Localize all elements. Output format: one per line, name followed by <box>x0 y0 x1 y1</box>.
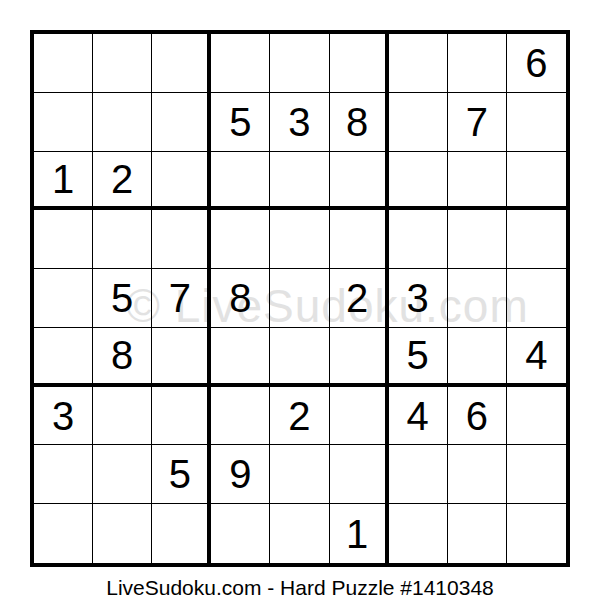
cell-r7c8[interactable]: 6 <box>448 387 507 446</box>
cell-r3c6[interactable] <box>330 152 389 211</box>
cell-r6c5[interactable] <box>270 328 329 387</box>
cell-r3c5[interactable] <box>270 152 329 211</box>
cell-r9c9[interactable] <box>507 504 566 563</box>
cell-r2c3[interactable] <box>152 93 211 152</box>
cell-r7c2[interactable] <box>93 387 152 446</box>
cell-r4c3[interactable] <box>152 210 211 269</box>
cell-r1c1[interactable] <box>34 34 93 93</box>
cell-r2c2[interactable] <box>93 93 152 152</box>
cell-r4c1[interactable] <box>34 210 93 269</box>
cell-r9c2[interactable] <box>93 504 152 563</box>
cell-r7c4[interactable] <box>211 387 270 446</box>
cell-r5c5[interactable] <box>270 269 329 328</box>
cell-r5c4[interactable]: 8 <box>211 269 270 328</box>
cell-r2c6[interactable]: 8 <box>330 93 389 152</box>
cell-r4c9[interactable] <box>507 210 566 269</box>
cell-r4c4[interactable] <box>211 210 270 269</box>
cell-r5c3[interactable]: 7 <box>152 269 211 328</box>
cell-r6c6[interactable] <box>330 328 389 387</box>
cell-r6c9[interactable]: 4 <box>507 328 566 387</box>
cell-r9c3[interactable] <box>152 504 211 563</box>
sudoku-grid: 6538712578238543246591 <box>34 34 566 563</box>
cell-r1c6[interactable] <box>330 34 389 93</box>
cell-r8c4[interactable]: 9 <box>211 445 270 504</box>
cell-r8c8[interactable] <box>448 445 507 504</box>
cell-r7c1[interactable]: 3 <box>34 387 93 446</box>
cell-r3c1[interactable]: 1 <box>34 152 93 211</box>
cell-r1c8[interactable] <box>448 34 507 93</box>
cell-r4c2[interactable] <box>93 210 152 269</box>
cell-r1c9[interactable]: 6 <box>507 34 566 93</box>
cell-r1c7[interactable] <box>389 34 448 93</box>
cell-r9c1[interactable] <box>34 504 93 563</box>
cell-r8c7[interactable] <box>389 445 448 504</box>
cell-r2c4[interactable]: 5 <box>211 93 270 152</box>
sudoku-board: © LiveSudoku.com 6538712578238543246591 <box>30 30 570 567</box>
cell-r2c1[interactable] <box>34 93 93 152</box>
cell-r4c6[interactable] <box>330 210 389 269</box>
cell-r3c4[interactable] <box>211 152 270 211</box>
cell-r5c1[interactable] <box>34 269 93 328</box>
cell-r9c8[interactable] <box>448 504 507 563</box>
cell-r8c5[interactable] <box>270 445 329 504</box>
cell-r4c5[interactable] <box>270 210 329 269</box>
cell-r5c8[interactable] <box>448 269 507 328</box>
cell-r2c7[interactable] <box>389 93 448 152</box>
cell-r7c5[interactable]: 2 <box>270 387 329 446</box>
cell-r5c7[interactable]: 3 <box>389 269 448 328</box>
cell-r3c9[interactable] <box>507 152 566 211</box>
cell-r2c8[interactable]: 7 <box>448 93 507 152</box>
cell-r1c4[interactable] <box>211 34 270 93</box>
cell-r9c6[interactable]: 1 <box>330 504 389 563</box>
cell-r8c9[interactable] <box>507 445 566 504</box>
cell-r7c3[interactable] <box>152 387 211 446</box>
cell-r9c7[interactable] <box>389 504 448 563</box>
cell-r8c6[interactable] <box>330 445 389 504</box>
cell-r9c5[interactable] <box>270 504 329 563</box>
cell-r1c2[interactable] <box>93 34 152 93</box>
cell-r3c3[interactable] <box>152 152 211 211</box>
cell-r4c7[interactable] <box>389 210 448 269</box>
cell-r5c2[interactable]: 5 <box>93 269 152 328</box>
cell-r3c8[interactable] <box>448 152 507 211</box>
cell-r6c7[interactable]: 5 <box>389 328 448 387</box>
puzzle-caption: LiveSudoku.com - Hard Puzzle #1410348 <box>0 576 600 600</box>
cell-r8c2[interactable] <box>93 445 152 504</box>
cell-r4c8[interactable] <box>448 210 507 269</box>
cell-r6c1[interactable] <box>34 328 93 387</box>
cell-r6c3[interactable] <box>152 328 211 387</box>
cell-r3c2[interactable]: 2 <box>93 152 152 211</box>
cell-r6c4[interactable] <box>211 328 270 387</box>
cell-r7c7[interactable]: 4 <box>389 387 448 446</box>
cell-r5c6[interactable]: 2 <box>330 269 389 328</box>
cell-r6c8[interactable] <box>448 328 507 387</box>
cell-r2c5[interactable]: 3 <box>270 93 329 152</box>
cell-r3c7[interactable] <box>389 152 448 211</box>
cell-r8c3[interactable]: 5 <box>152 445 211 504</box>
cell-r1c5[interactable] <box>270 34 329 93</box>
cell-r8c1[interactable] <box>34 445 93 504</box>
cell-r5c9[interactable] <box>507 269 566 328</box>
cell-r1c3[interactable] <box>152 34 211 93</box>
cell-r6c2[interactable]: 8 <box>93 328 152 387</box>
cell-r9c4[interactable] <box>211 504 270 563</box>
cell-r2c9[interactable] <box>507 93 566 152</box>
cell-r7c6[interactable] <box>330 387 389 446</box>
cell-r7c9[interactable] <box>507 387 566 446</box>
